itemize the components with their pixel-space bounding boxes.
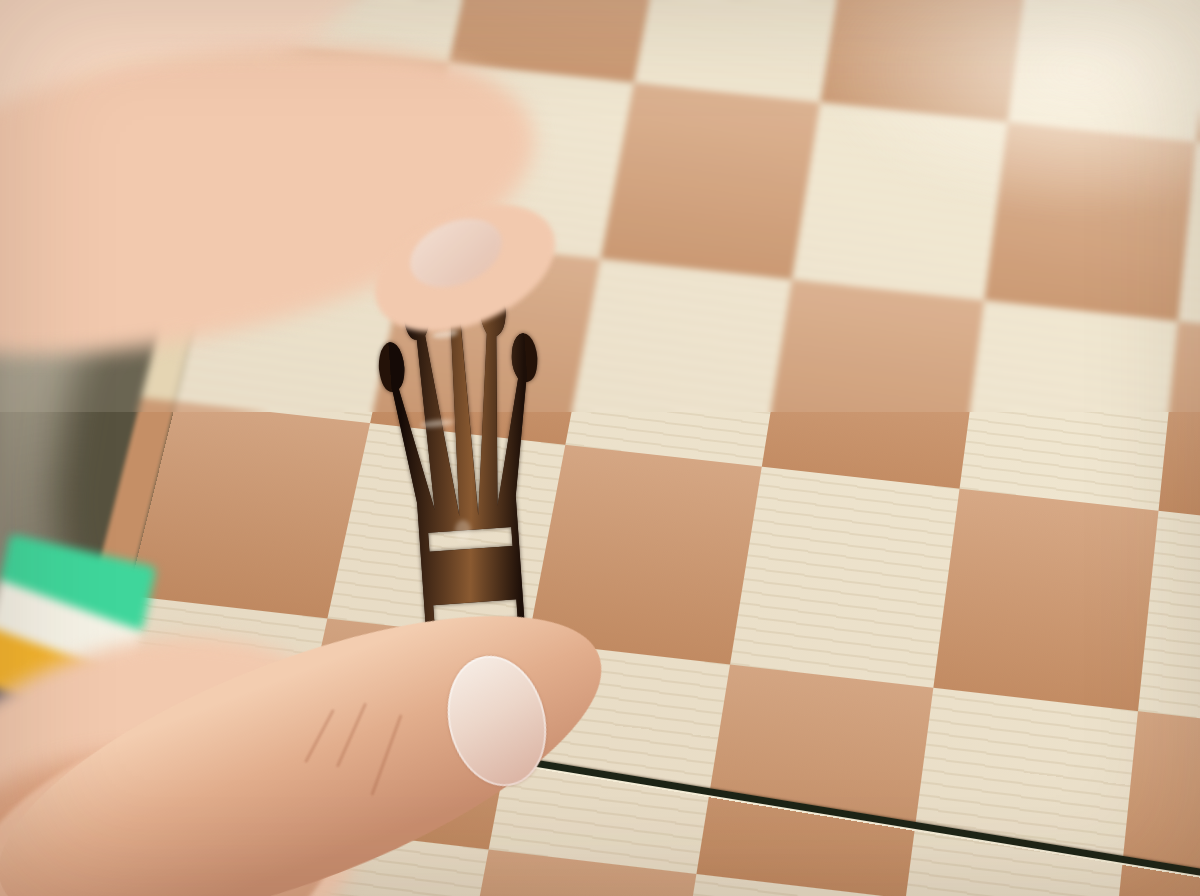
board-square [762, 280, 984, 489]
board-square [906, 688, 1138, 896]
light-glow [700, 0, 1200, 280]
photo-scene: ♛ ♛ [0, 0, 1200, 896]
board-square [933, 489, 1158, 712]
board-square [960, 300, 1178, 510]
board-square [696, 664, 933, 896]
wood-highlight [455, 520, 471, 542]
board-square [730, 467, 959, 688]
